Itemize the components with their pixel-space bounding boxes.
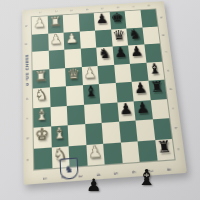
white-queen-e3[interactable]: ♛ bbox=[65, 65, 82, 85]
black-pawn-f6[interactable]: ♟ bbox=[112, 44, 130, 63]
square-d5[interactable] bbox=[99, 83, 117, 103]
white-pawn-e4[interactable]: ♟ bbox=[81, 64, 99, 84]
black-rook-a8[interactable]: ♜ bbox=[154, 136, 174, 158]
square-c4[interactable] bbox=[84, 103, 102, 124]
square-d4[interactable]: ♝ bbox=[82, 84, 100, 104]
white-pawn-h1[interactable]: ♟ bbox=[32, 14, 48, 32]
coord-label: 5 bbox=[109, 164, 119, 183]
black-rook-d8[interactable]: ♜ bbox=[148, 78, 167, 98]
white-king-b1[interactable]: ♚ bbox=[34, 124, 52, 146]
captured-black-pawn: ♟ bbox=[86, 177, 101, 194]
white-pawn-g2[interactable]: ♟ bbox=[48, 30, 65, 48]
square-d2[interactable] bbox=[49, 86, 66, 106]
square-h8[interactable] bbox=[140, 9, 158, 27]
square-g1[interactable] bbox=[32, 33, 48, 52]
square-c5[interactable] bbox=[100, 102, 118, 123]
square-c3[interactable] bbox=[67, 104, 85, 125]
black-king-h6[interactable]: ♚ bbox=[109, 10, 126, 28]
square-a6[interactable] bbox=[120, 141, 139, 163]
chess-board-mat: ♟♜♟♚♟♟♛♞♞♟♟♜♛♟♝♞♝♟♜♝♟♟♚♝♞♟♜ 12345678 123… bbox=[22, 1, 187, 185]
square-g8[interactable] bbox=[142, 26, 160, 44]
square-e6[interactable] bbox=[114, 63, 132, 83]
white-rook-e1[interactable]: ♜ bbox=[33, 67, 50, 87]
captured-black-bishop: ♝ bbox=[137, 167, 157, 189]
black-queen-g6[interactable]: ♛ bbox=[111, 26, 128, 44]
square-g2[interactable]: ♟ bbox=[48, 32, 65, 51]
knight-logo-icon: ♞ bbox=[65, 163, 74, 175]
knight-shield-logo: ♞ bbox=[60, 158, 79, 180]
board-brand-text: © US CHESS bbox=[24, 54, 29, 87]
white-knight-d1[interactable]: ♞ bbox=[33, 85, 50, 105]
square-h4[interactable] bbox=[78, 13, 95, 31]
square-e3[interactable]: ♛ bbox=[65, 67, 82, 87]
white-pawn-g3[interactable]: ♟ bbox=[63, 29, 80, 47]
square-g4[interactable] bbox=[79, 30, 96, 48]
square-d8[interactable]: ♜ bbox=[148, 80, 167, 100]
square-c8[interactable] bbox=[150, 99, 169, 120]
square-b1[interactable]: ♚ bbox=[34, 126, 52, 148]
black-bishop-d4[interactable]: ♝ bbox=[82, 82, 100, 102]
black-bishop-e8[interactable]: ♝ bbox=[146, 59, 164, 78]
square-h1[interactable]: ♟ bbox=[32, 16, 48, 34]
white-pawn-a4[interactable]: ♟ bbox=[86, 141, 105, 163]
black-pawn-h5[interactable]: ♟ bbox=[94, 11, 111, 29]
square-e5[interactable] bbox=[98, 64, 116, 84]
square-f2[interactable] bbox=[48, 50, 65, 69]
square-b3[interactable] bbox=[68, 124, 86, 146]
white-bishop-c1[interactable]: ♝ bbox=[33, 105, 50, 126]
square-a8[interactable]: ♜ bbox=[155, 138, 175, 160]
square-c6[interactable]: ♟ bbox=[117, 101, 136, 122]
coord-label: 1 bbox=[39, 169, 48, 188]
black-pawn-c6[interactable]: ♟ bbox=[117, 99, 136, 120]
white-rook-h2[interactable]: ♜ bbox=[47, 14, 63, 32]
square-f5[interactable]: ♞ bbox=[96, 47, 113, 66]
square-g3[interactable]: ♟ bbox=[64, 31, 81, 50]
coord-label: 8 bbox=[162, 160, 173, 179]
square-h5[interactable]: ♟ bbox=[94, 12, 111, 30]
square-b6[interactable] bbox=[119, 121, 138, 143]
square-d3[interactable] bbox=[66, 85, 84, 105]
white-bishop-b2[interactable]: ♝ bbox=[51, 123, 69, 145]
square-a4[interactable]: ♟ bbox=[86, 143, 105, 165]
coord-label: 6 bbox=[127, 163, 137, 182]
square-a1[interactable] bbox=[34, 147, 52, 169]
square-b5[interactable] bbox=[102, 122, 121, 144]
square-e2[interactable] bbox=[49, 68, 66, 88]
file-labels-left: hgfedcba bbox=[23, 17, 32, 170]
photo-scene: ♟♜♟♚♟♟♛♞♞♟♟♜♛♟♝♞♝♟♜♝♟♟♚♝♞♟♜ 12345678 123… bbox=[0, 0, 200, 200]
square-a5[interactable] bbox=[103, 142, 122, 164]
black-knight-f5[interactable]: ♞ bbox=[96, 45, 113, 64]
chess-board: ♟♜♟♚♟♟♛♞♞♟♟♜♛♟♝♞♝♟♜♝♟♟♚♝♞♟♜ bbox=[32, 9, 175, 169]
square-f6[interactable]: ♟ bbox=[112, 45, 130, 64]
